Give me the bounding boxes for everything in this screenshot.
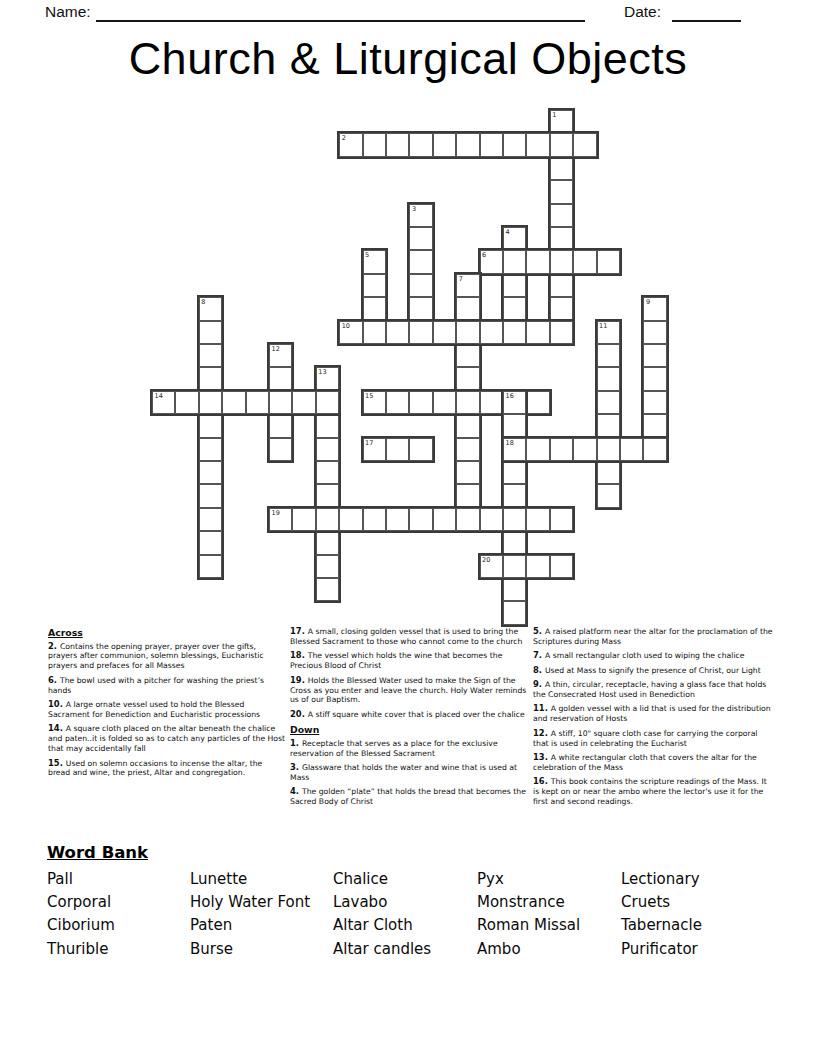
grid-cell[interactable]: [433, 133, 456, 156]
grid-cell[interactable]: [503, 461, 526, 484]
worksheet-page: Name: Date: Church & Liturgical Objects …: [0, 0, 816, 1056]
word-bank-item: Roman Missal: [477, 914, 580, 937]
grid-cell[interactable]: [456, 438, 479, 461]
clue-number: 16.: [533, 776, 551, 786]
grid-cell[interactable]: [386, 508, 409, 531]
grid-cell[interactable]: [597, 461, 620, 484]
clue-text: A small, closing golden vessel that is u…: [290, 627, 522, 646]
grid-cell[interactable]: [480, 133, 503, 156]
grid-cell[interactable]: 7: [456, 274, 479, 297]
grid-cell[interactable]: [456, 414, 479, 437]
grid-cell[interactable]: [316, 578, 339, 601]
grid-cell[interactable]: 6: [480, 250, 503, 273]
grid-cell[interactable]: [409, 133, 432, 156]
grid-cell[interactable]: [597, 414, 620, 437]
clue-number: 18.: [290, 650, 308, 660]
clue-number: 13.: [533, 752, 551, 762]
grid-cell[interactable]: [526, 555, 549, 578]
grid-cell[interactable]: [199, 438, 222, 461]
grid-cell[interactable]: [363, 133, 386, 156]
grid-cell[interactable]: [503, 601, 526, 624]
grid-cell[interactable]: [526, 438, 549, 461]
grid-cell[interactable]: [363, 321, 386, 344]
word-run-18-across: 18: [501, 436, 669, 463]
grid-cell[interactable]: [503, 321, 526, 344]
cell-number: 4: [506, 228, 510, 236]
grid-cell[interactable]: [316, 484, 339, 507]
grid-cell[interactable]: 8: [199, 297, 222, 320]
date-label: Date:: [624, 3, 661, 21]
clue-down-8: 8. Used at Mass to signify the presence …: [533, 666, 775, 676]
grid-cell[interactable]: [199, 414, 222, 437]
clue-down-13: 13. A white rectangular cloth that cover…: [533, 753, 775, 773]
clue-down-3: 3. Glassware that holds the water and wi…: [290, 763, 528, 783]
word-run-6-across: 6: [478, 248, 622, 275]
grid-cell[interactable]: 17: [363, 438, 386, 461]
clue-number: 15.: [48, 758, 66, 768]
cell-number: 19: [272, 509, 280, 517]
grid-cell[interactable]: [199, 367, 222, 390]
clue-number: 12.: [533, 728, 551, 738]
grid-cell[interactable]: [620, 438, 643, 461]
grid-cell[interactable]: [503, 297, 526, 320]
grid-cell[interactable]: [456, 484, 479, 507]
clue-text: The bowl used with a pitcher for washing…: [48, 676, 264, 695]
word-bank-item: Purificator: [621, 938, 702, 961]
cell-number: 2: [342, 134, 346, 142]
clue-text: This book contains the scripture reading…: [533, 777, 767, 806]
grid-cell[interactable]: [269, 414, 292, 437]
grid-cell[interactable]: [363, 297, 386, 320]
grid-cell[interactable]: [550, 438, 573, 461]
grid-cell[interactable]: [292, 391, 315, 414]
clue-across-19: 19. Holds the Blessed Water used to make…: [290, 676, 528, 706]
grid-cell[interactable]: [316, 438, 339, 461]
clue-text: A golden vessel with a lid that is used …: [533, 704, 771, 723]
date-input-line[interactable]: [672, 3, 741, 22]
clue-text: The vessel which holds the wine that bec…: [290, 651, 502, 670]
grid-cell[interactable]: [199, 344, 222, 367]
clue-across-2: 2. Contains the opening prayer, prayer o…: [48, 642, 286, 672]
cell-number: 16: [506, 392, 514, 400]
grid-cell[interactable]: [363, 508, 386, 531]
grid-cell[interactable]: [269, 391, 292, 414]
clue-text: The golden “plate” that holds the bread …: [290, 787, 526, 806]
grid-cell[interactable]: [550, 274, 573, 297]
grid-cell[interactable]: [550, 157, 573, 180]
grid-cell[interactable]: [199, 461, 222, 484]
clue-number: 11.: [533, 703, 551, 713]
grid-cell[interactable]: [175, 391, 198, 414]
grid-cell[interactable]: [573, 438, 596, 461]
grid-cell[interactable]: [316, 391, 339, 414]
clue-down-1: 1. Receptacle that serves as a place for…: [290, 739, 528, 759]
grid-cell[interactable]: [597, 484, 620, 507]
word-bank-column: PallCorporalCiboriumThurible: [47, 868, 115, 961]
grid-cell[interactable]: [550, 204, 573, 227]
grid-cell[interactable]: [503, 531, 526, 554]
clue-text: A stiff square white cover that is place…: [308, 710, 525, 719]
grid-cell[interactable]: [199, 484, 222, 507]
grid-cell[interactable]: [503, 414, 526, 437]
clue-across-10: 10. A large ornate vessel used to hold t…: [48, 700, 286, 720]
word-run-10-across: 10: [337, 319, 575, 346]
grid-cell[interactable]: 12: [269, 344, 292, 367]
grid-cell[interactable]: [456, 297, 479, 320]
grid-cell[interactable]: [503, 484, 526, 507]
word-bank-item: Burse: [190, 938, 310, 961]
grid-cell[interactable]: 11: [597, 321, 620, 344]
clue-column-2: 17. A small, closing golden vessel that …: [290, 627, 528, 812]
grid-cell[interactable]: [433, 321, 456, 344]
grid-cell[interactable]: [643, 414, 666, 437]
grid-cell[interactable]: 4: [503, 227, 526, 250]
clue-number: 10.: [48, 699, 66, 709]
name-input-line[interactable]: [96, 3, 585, 22]
clue-down-11: 11. A golden vessel with a lid that is u…: [533, 704, 775, 724]
grid-cell[interactable]: [409, 438, 432, 461]
word-run-14-across: 14: [150, 389, 341, 416]
word-bank-item: Altar Cloth: [333, 914, 431, 937]
word-bank-item: Altar candles: [333, 938, 431, 961]
grid-cell[interactable]: [597, 391, 620, 414]
grid-cell[interactable]: 3: [409, 204, 432, 227]
grid-cell[interactable]: [480, 508, 503, 531]
clue-across-17: 17. A small, closing golden vessel that …: [290, 627, 528, 647]
word-bank-column: LectionaryCruetsTabernaclePurificator: [621, 868, 702, 961]
word-bank-item: Tabernacle: [621, 914, 702, 937]
cell-number: 6: [482, 251, 486, 259]
word-bank-item: Ambo: [477, 938, 580, 961]
cell-number: 17: [365, 439, 373, 447]
word-bank-item: Lavabo: [333, 891, 431, 914]
grid-cell[interactable]: [550, 250, 573, 273]
clue-text: A small rectangular cloth used to wiping…: [545, 651, 745, 660]
clue-across-14: 14. A square cloth placed on the altar b…: [48, 724, 286, 754]
clue-across-20: 20. A stiff square white cover that is p…: [290, 710, 528, 720]
grid-cell[interactable]: [503, 508, 526, 531]
word-run-8-down: 8: [197, 295, 224, 580]
clue-number: 7.: [533, 650, 545, 660]
grid-cell[interactable]: [526, 250, 549, 273]
page-title: Church & Liturgical Objects: [0, 33, 816, 85]
grid-cell[interactable]: 15: [363, 391, 386, 414]
grid-cell[interactable]: [550, 321, 573, 344]
clue-number: 3.: [290, 762, 302, 772]
grid-cell[interactable]: [199, 531, 222, 554]
grid-cell[interactable]: [316, 531, 339, 554]
clue-column-3: 5. A raised platform near the altar for …: [533, 627, 775, 812]
clues-down-header: Down: [290, 724, 528, 735]
grid-cell[interactable]: [409, 391, 432, 414]
clues-across-header: Across: [48, 627, 286, 638]
grid-cell[interactable]: 10: [339, 321, 362, 344]
clue-down-9: 9. A thin, circular, receptacle, having …: [533, 680, 775, 700]
clue-number: 20.: [290, 709, 308, 719]
clue-text: A raised platform near the altar for the…: [533, 627, 773, 646]
grid-cell[interactable]: [597, 344, 620, 367]
cell-number: 12: [272, 345, 280, 353]
word-run-2-across: 2: [337, 131, 598, 158]
grid-cell[interactable]: [386, 391, 409, 414]
grid-cell[interactable]: [199, 321, 222, 344]
word-bank-column: LunetteHoly Water FontPatenBurse: [190, 868, 310, 961]
word-run-20-across: 20: [478, 553, 576, 580]
word-run-19-across: 19: [267, 506, 575, 533]
clue-column-1: Across2. Contains the opening prayer, pr…: [48, 627, 286, 783]
word-bank-item: Lunette: [190, 868, 310, 891]
grid-cell[interactable]: [222, 391, 245, 414]
grid-cell[interactable]: 14: [152, 391, 175, 414]
grid-cell[interactable]: 13: [316, 367, 339, 390]
grid-cell[interactable]: [386, 133, 409, 156]
grid-cell[interactable]: [386, 438, 409, 461]
cell-number: 13: [318, 368, 326, 376]
grid-cell[interactable]: [456, 391, 479, 414]
clue-number: 14.: [48, 723, 66, 733]
word-bank-column: ChaliceLavaboAltar ClothAltar candles: [333, 868, 431, 961]
grid-cell[interactable]: [526, 321, 549, 344]
grid-cell[interactable]: [643, 367, 666, 390]
grid-cell[interactable]: [643, 344, 666, 367]
clue-number: 8.: [533, 665, 545, 675]
grid-cell[interactable]: [550, 555, 573, 578]
word-bank-title: Word Bank: [47, 843, 148, 862]
grid-cell[interactable]: [550, 180, 573, 203]
cell-number: 14: [155, 392, 163, 400]
cell-number: 11: [599, 322, 607, 330]
grid-cell[interactable]: [433, 508, 456, 531]
cell-number: 5: [365, 251, 369, 259]
grid-cell[interactable]: [316, 555, 339, 578]
grid-cell[interactable]: [550, 133, 573, 156]
clue-text: A white rectangular cloth that covers th…: [533, 753, 757, 772]
grid-cell[interactable]: [409, 508, 432, 531]
word-bank-item: Holy Water Font: [190, 891, 310, 914]
word-bank-item: Corporal: [47, 891, 115, 914]
grid-cell[interactable]: [456, 461, 479, 484]
clue-text: Holds the Blessed Water used to make the…: [290, 676, 526, 705]
grid-cell[interactable]: 20: [480, 555, 503, 578]
clue-number: 1.: [290, 738, 302, 748]
grid-cell[interactable]: [409, 297, 432, 320]
grid-cell[interactable]: 18: [503, 438, 526, 461]
grid-cell[interactable]: [503, 274, 526, 297]
grid-cell[interactable]: [316, 508, 339, 531]
word-bank-item: Paten: [190, 914, 310, 937]
clue-number: 19.: [290, 675, 308, 685]
clue-text: A thin, circular, receptacle, having a g…: [533, 680, 766, 699]
grid-cell[interactable]: [526, 133, 549, 156]
clue-number: 4.: [290, 786, 302, 796]
grid-cell[interactable]: [526, 391, 549, 414]
grid-cell[interactable]: [409, 227, 432, 250]
grid-cell[interactable]: [480, 391, 503, 414]
cell-number: 15: [365, 392, 373, 400]
cell-number: 8: [201, 298, 205, 306]
clue-down-5: 5. A raised platform near the altar for …: [533, 627, 775, 647]
grid-cell[interactable]: [503, 578, 526, 601]
clue-text: A large ornate vessel used to hold the B…: [48, 700, 260, 719]
grid-cell[interactable]: [292, 508, 315, 531]
cell-number: 20: [482, 556, 490, 564]
clue-down-7: 7. A small rectangular cloth used to wip…: [533, 651, 775, 661]
grid-cell[interactable]: [526, 508, 549, 531]
clue-number: 6.: [48, 675, 60, 685]
word-bank-item: Thurible: [47, 938, 115, 961]
grid-cell[interactable]: [573, 250, 596, 273]
clue-text: Used at Mass to signify the presence of …: [545, 666, 761, 675]
word-run-17-across: 17: [361, 436, 435, 463]
cell-number: 18: [506, 439, 514, 447]
clue-down-12: 12. A stiff, 10" square cloth case for c…: [533, 729, 775, 749]
grid-cell[interactable]: [456, 344, 479, 367]
grid-cell[interactable]: 19: [269, 508, 292, 531]
grid-cell[interactable]: [339, 508, 362, 531]
cell-number: 3: [412, 205, 416, 213]
word-bank-item: Pall: [47, 868, 115, 891]
grid-cell[interactable]: [597, 438, 620, 461]
grid-cell[interactable]: [409, 274, 432, 297]
grid-cell[interactable]: [409, 250, 432, 273]
grid-cell[interactable]: [643, 438, 666, 461]
word-bank-item: Chalice: [333, 868, 431, 891]
clue-text: Used on solemn occasions to incense the …: [48, 759, 262, 778]
name-label: Name:: [45, 3, 91, 21]
grid-cell[interactable]: [456, 321, 479, 344]
grid-cell[interactable]: [643, 321, 666, 344]
grid-cell[interactable]: [246, 391, 269, 414]
grid-cell[interactable]: 9: [643, 297, 666, 320]
cell-number: 7: [459, 275, 463, 283]
word-bank-item: Ciborium: [47, 914, 115, 937]
grid-cell[interactable]: 5: [363, 250, 386, 273]
word-bank-item: Monstrance: [477, 891, 580, 914]
grid-cell[interactable]: 2: [339, 133, 362, 156]
grid-cell[interactable]: [386, 321, 409, 344]
grid-cell[interactable]: 16: [503, 391, 526, 414]
grid-cell[interactable]: [316, 461, 339, 484]
cell-number: 1: [552, 111, 556, 119]
grid-cell[interactable]: [433, 391, 456, 414]
grid-cell[interactable]: [199, 555, 222, 578]
clue-text: A square cloth placed on the altar benea…: [48, 724, 285, 753]
grid-cell[interactable]: [597, 250, 620, 273]
clue-down-16: 16. This book contains the scripture rea…: [533, 777, 775, 807]
clue-text: A stiff, 10" square cloth case for carry…: [533, 729, 757, 748]
grid-cell[interactable]: [269, 367, 292, 390]
grid-cell[interactable]: [503, 250, 526, 273]
grid-cell[interactable]: [363, 274, 386, 297]
clue-number: 2.: [48, 641, 60, 651]
grid-cell[interactable]: [550, 297, 573, 320]
grid-cell[interactable]: [199, 508, 222, 531]
clue-text: Receptacle that serves as a place for th…: [290, 739, 498, 758]
grid-cell[interactable]: [550, 508, 573, 531]
cell-number: 10: [342, 322, 350, 330]
clue-across-6: 6. The bowl used with a pitcher for wash…: [48, 676, 286, 696]
clue-across-15: 15. Used on solemn occasions to incense …: [48, 759, 286, 779]
word-bank-column: PyxMonstranceRoman MissalAmbo: [477, 868, 580, 961]
clue-text: Glassware that holds the water and wine …: [290, 763, 517, 782]
grid-cell[interactable]: [573, 133, 596, 156]
grid-cell[interactable]: [456, 508, 479, 531]
clue-text: Contains the opening prayer, prayer over…: [48, 642, 264, 671]
word-run-11-down: 11: [595, 319, 622, 510]
clue-number: 5.: [533, 626, 545, 636]
clue-number: 9.: [533, 679, 545, 689]
grid-cell[interactable]: [503, 555, 526, 578]
grid-cell[interactable]: [316, 414, 339, 437]
clue-across-18: 18. The vessel which holds the wine that…: [290, 651, 528, 671]
clue-number: 17.: [290, 626, 308, 636]
grid-cell[interactable]: [643, 391, 666, 414]
grid-cell[interactable]: [456, 133, 479, 156]
crossword-grid: 1234567891011121314151617181920: [152, 110, 667, 625]
clue-down-4: 4. The golden “plate” that holds the bre…: [290, 787, 528, 807]
word-bank-item: Cruets: [621, 891, 702, 914]
grid-cell[interactable]: [199, 391, 222, 414]
grid-cell[interactable]: [550, 227, 573, 250]
cell-number: 9: [646, 298, 650, 306]
grid-cell[interactable]: [409, 321, 432, 344]
grid-cell[interactable]: [597, 367, 620, 390]
grid-cell[interactable]: 1: [550, 110, 573, 133]
grid-cell[interactable]: [503, 133, 526, 156]
word-bank-item: Lectionary: [621, 868, 702, 891]
grid-cell[interactable]: [456, 367, 479, 390]
word-bank-item: Pyx: [477, 868, 580, 891]
grid-cell[interactable]: [480, 321, 503, 344]
grid-cell[interactable]: [269, 438, 292, 461]
